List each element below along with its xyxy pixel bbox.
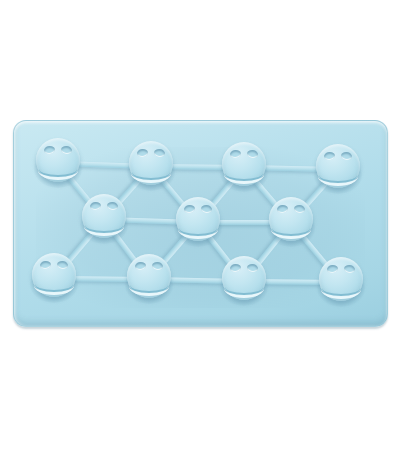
smiley-eye-right [293,204,305,213]
smiley-eye-left [229,263,241,272]
smiley-mouth [85,214,123,234]
smiley-mouth [225,276,263,296]
smiley-eye-left [276,204,288,213]
smiley-dome [269,197,313,241]
smiley-dome [36,138,80,182]
smiley-mouth [272,217,310,237]
smiley-eye-left [229,149,241,158]
smiley-mouth [322,277,360,297]
smiley-dome [222,142,266,186]
smiley-eye-left [323,151,335,160]
smiley-cavity [174,197,222,247]
smiley-cavity [220,142,268,192]
smiley-eye-right [56,260,68,269]
smiley-dome [316,144,360,188]
smiley-eye-left [43,145,55,154]
smiley-eye-left [89,201,101,210]
smiley-mouth [35,273,73,293]
smiley-mouth [179,217,217,237]
smiley-cavity [80,194,128,244]
smiley-mouth [39,158,77,178]
smiley-eye-right [60,145,72,154]
smiley-eye-right [246,263,258,272]
smiley-eye-left [134,261,146,270]
smiley-mouth [132,161,170,181]
smiley-mouth [319,164,357,184]
smiley-eye-left [183,204,195,213]
smiley-dome [129,141,173,185]
smiley-eye-right [343,264,355,273]
smiley-dome [32,253,76,297]
smiley-cavity [317,257,365,307]
smiley-dome [319,257,363,301]
smiley-cavity [127,141,175,191]
smiley-cavity [314,144,362,194]
smiley-dome [222,256,266,300]
smiley-eye-right [246,149,258,158]
smiley-cavity [34,138,82,188]
smiley-eye-left [326,264,338,273]
smiley-eye-left [136,148,148,157]
smiley-dome [127,254,171,298]
smiley-cavity [220,256,268,306]
smiley-cavity [125,254,173,304]
smiley-cavity [267,197,315,247]
product-photo [0,0,400,450]
smiley-eye-left [39,260,51,269]
smiley-cavity [30,253,78,303]
smiley-eye-right [151,261,163,270]
smiley-eye-right [200,204,212,213]
silicone-tray [13,120,388,327]
smiley-mouth [130,274,168,294]
smiley-mouth [225,162,263,182]
smiley-eye-right [153,148,165,157]
smiley-dome [176,197,220,241]
smiley-eye-right [340,151,352,160]
smiley-dome [82,194,126,238]
smiley-eye-right [106,201,118,210]
